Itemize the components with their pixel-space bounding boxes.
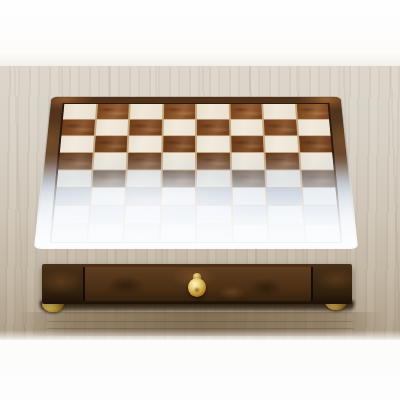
plank-shadow-band: [18, 312, 382, 336]
square-a8: [63, 104, 96, 119]
square-c7: [129, 120, 161, 136]
square-f2: [232, 206, 266, 223]
square-g5: [266, 153, 300, 169]
square-g8: [263, 104, 295, 119]
square-h6: [299, 136, 333, 152]
square-f3: [232, 188, 266, 205]
square-e4: [197, 170, 230, 187]
square-b7: [95, 120, 128, 136]
square-g4: [266, 170, 300, 187]
square-d8: [163, 104, 195, 119]
square-b3: [90, 188, 124, 205]
square-h1: [305, 224, 341, 242]
square-e7: [197, 120, 229, 136]
square-g1: [269, 224, 304, 242]
square-c6: [128, 136, 161, 152]
square-d2: [161, 206, 195, 223]
square-a2: [53, 206, 88, 223]
square-a4: [57, 170, 91, 187]
square-h5: [300, 153, 334, 169]
square-b5: [93, 153, 127, 169]
square-h8: [296, 104, 329, 119]
square-a7: [61, 120, 94, 136]
square-d7: [163, 120, 195, 136]
square-c1: [124, 224, 159, 242]
square-f1: [233, 224, 268, 242]
square-e3: [197, 188, 231, 205]
square-a6: [60, 136, 94, 152]
square-g3: [267, 188, 301, 205]
square-f8: [230, 104, 262, 119]
square-d3: [161, 188, 195, 205]
board-frame: [36, 97, 356, 248]
square-f6: [231, 136, 264, 152]
square-b6: [94, 136, 127, 152]
square-h2: [304, 206, 339, 223]
square-e2: [197, 206, 231, 223]
square-g7: [264, 120, 297, 136]
square-h3: [302, 188, 337, 205]
square-e1: [197, 224, 231, 242]
square-a5: [58, 153, 92, 169]
square-f7: [230, 120, 262, 136]
board: [49, 103, 342, 243]
square-e8: [197, 104, 229, 119]
square-b1: [88, 224, 123, 242]
square-c2: [125, 206, 159, 223]
square-e5: [197, 153, 230, 169]
square-h4: [301, 170, 335, 187]
square-d4: [162, 170, 195, 187]
square-b8: [96, 104, 128, 119]
square-f5: [231, 153, 264, 169]
foreground-blur: [0, 330, 400, 400]
background-wall: [0, 0, 400, 66]
square-c3: [126, 188, 160, 205]
square-b2: [89, 206, 124, 223]
square-h7: [297, 120, 330, 136]
square-b4: [92, 170, 126, 187]
photo-scene: [0, 0, 400, 400]
square-a1: [52, 224, 88, 242]
square-a3: [55, 188, 90, 205]
square-c8: [130, 104, 162, 119]
square-g6: [265, 136, 298, 152]
square-d1: [161, 224, 195, 242]
square-g2: [268, 206, 303, 223]
lid-front-edge: [33, 247, 357, 265]
brass-knob: [188, 278, 206, 297]
square-e6: [197, 136, 229, 152]
square-c5: [128, 153, 161, 169]
square-c4: [127, 170, 161, 187]
square-d6: [163, 136, 195, 152]
square-f4: [232, 170, 266, 187]
square-d5: [162, 153, 195, 169]
lid-perspective-wrapper: [36, 98, 356, 248]
